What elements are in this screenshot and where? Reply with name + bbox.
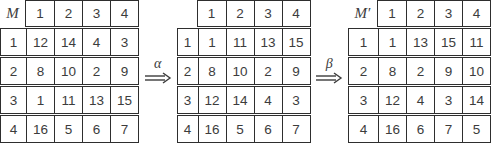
col-header: 1: [26, 1, 54, 26]
matrix-table-intermediate: 1 2 3 4 1 1 11 13 15 2 8 10 2 9 3 12 14 …: [177, 0, 311, 143]
cell: 7: [434, 116, 462, 142]
col-header: 4: [282, 1, 310, 26]
cell: 10: [226, 58, 254, 84]
cell: 10: [54, 58, 82, 84]
header-row: 1 2 3 4: [177, 0, 311, 27]
matrix-row: 1 12 14 4 3: [0, 28, 139, 56]
cell: 13: [254, 29, 282, 55]
cell: 14: [462, 87, 490, 113]
cell: 12: [26, 29, 54, 55]
cell: 3: [110, 29, 138, 55]
col-header: 4: [110, 1, 138, 26]
cell: 6: [406, 116, 434, 142]
row-header: 2: [1, 58, 26, 84]
row-header: 2: [178, 58, 198, 84]
cell: 2: [82, 58, 110, 84]
row-header: 4: [1, 116, 26, 142]
beta-arrow: β: [315, 57, 343, 84]
cell: 2: [406, 58, 434, 84]
cell: 11: [226, 29, 254, 55]
matrix-row: 4 16 6 7 5: [348, 115, 491, 143]
cell: 9: [110, 58, 138, 84]
matrix-table-M-prime: M′ 1 2 3 4 1 1 13 15 11 2 8 2 9 10 3 12 …: [348, 0, 491, 143]
cell: 16: [378, 116, 406, 142]
row-header: 2: [349, 58, 378, 84]
column-header-strip: 1 2 3 4: [197, 0, 311, 27]
col-header: 2: [406, 1, 434, 26]
matrix-row: 2 8 2 9 10: [348, 57, 491, 85]
cell: 15: [282, 29, 310, 55]
cell: 13: [82, 87, 110, 113]
cell: 8: [198, 58, 226, 84]
column-header-strip: 1 2 3 4: [25, 0, 139, 27]
col-header: 2: [54, 1, 82, 26]
cell: 4: [406, 87, 434, 113]
cell: 4: [82, 29, 110, 55]
row-header: 4: [178, 116, 198, 142]
cell: 14: [226, 87, 254, 113]
cell: 7: [282, 116, 310, 142]
cell: 6: [82, 116, 110, 142]
cell: 3: [282, 87, 310, 113]
matrix-row: 2 8 10 2 9: [0, 57, 139, 85]
column-header-strip: 1 2 3 4: [377, 0, 491, 27]
col-header: 3: [254, 1, 282, 26]
col-header: 2: [226, 1, 254, 26]
cell: 6: [254, 116, 282, 142]
cell: 5: [54, 116, 82, 142]
cell: 1: [198, 29, 226, 55]
col-header: 3: [82, 1, 110, 26]
col-header: 1: [198, 1, 226, 26]
header-row: M′ 1 2 3 4: [348, 0, 491, 27]
cell: 14: [54, 29, 82, 55]
cell: 2: [254, 58, 282, 84]
col-header: 1: [378, 1, 406, 26]
cell: 12: [378, 87, 406, 113]
row-header: 1: [349, 29, 378, 55]
cell: 9: [434, 58, 462, 84]
corner-label-M: M: [0, 0, 25, 27]
matrix-row: 3 1 11 13 15: [0, 86, 139, 114]
col-header: 4: [462, 1, 490, 26]
cell: 13: [406, 29, 434, 55]
matrix-row: 4 16 5 6 7: [177, 115, 311, 143]
cell: 5: [462, 116, 490, 142]
cell: 8: [378, 58, 406, 84]
alpha-arrow: α: [144, 57, 172, 84]
cell: 1: [378, 29, 406, 55]
cell: 8: [26, 58, 54, 84]
row-header: 1: [1, 29, 26, 55]
corner-label-blank: [177, 0, 197, 27]
cell: 5: [226, 116, 254, 142]
matrix-row: 1 1 13 15 11: [348, 28, 491, 56]
corner-label-M-prime: M′: [348, 0, 377, 27]
double-arrow-icon: [315, 72, 343, 84]
header-row: M 1 2 3 4: [0, 0, 139, 27]
cell: 3: [434, 87, 462, 113]
row-header: 3: [178, 87, 198, 113]
row-header: 3: [349, 87, 378, 113]
matrix-row: 2 8 10 2 9: [177, 57, 311, 85]
matrix-row: 1 1 11 13 15: [177, 28, 311, 56]
cell: 4: [254, 87, 282, 113]
arrow-label-alpha: α: [154, 57, 161, 71]
cell: 12: [198, 87, 226, 113]
col-header: 3: [434, 1, 462, 26]
cell: 10: [462, 58, 490, 84]
cell: 15: [434, 29, 462, 55]
matrix-permutation-figure: M 1 2 3 4 1 12 14 4 3 2 8 10 2 9 3 1 11: [0, 0, 491, 144]
cell: 11: [54, 87, 82, 113]
cell: 15: [110, 87, 138, 113]
cell: 7: [110, 116, 138, 142]
matrix-table-M: M 1 2 3 4 1 12 14 4 3 2 8 10 2 9 3 1 11: [0, 0, 139, 143]
matrix-row: 4 16 5 6 7: [0, 115, 139, 143]
double-arrow-icon: [144, 72, 172, 84]
row-header: 1: [178, 29, 198, 55]
cell: 16: [26, 116, 54, 142]
row-header: 3: [1, 87, 26, 113]
row-header: 4: [349, 116, 378, 142]
cell: 16: [198, 116, 226, 142]
matrix-row: 3 12 14 4 3: [177, 86, 311, 114]
matrix-row: 3 12 4 3 14: [348, 86, 491, 114]
cell: 9: [282, 58, 310, 84]
cell: 1: [26, 87, 54, 113]
arrow-label-beta: β: [326, 57, 333, 71]
cell: 11: [462, 29, 490, 55]
